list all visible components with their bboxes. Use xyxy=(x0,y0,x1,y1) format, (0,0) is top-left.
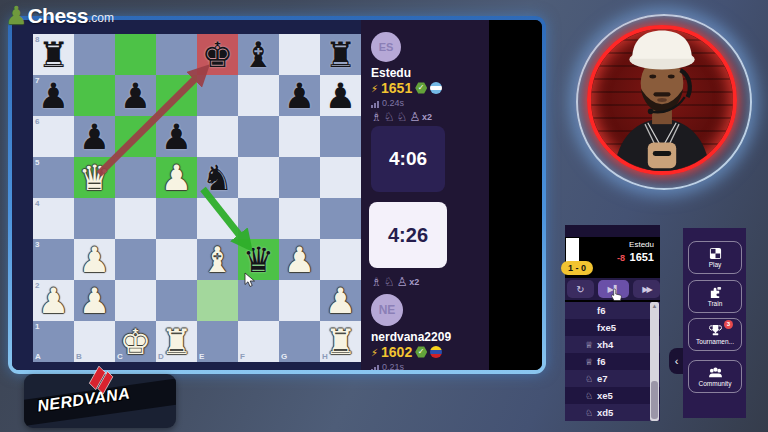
sync-icon: ↻ xyxy=(576,284,584,295)
black-king-e8: ♚ xyxy=(197,34,238,75)
puzzle-icon xyxy=(709,286,722,299)
square-a4[interactable]: 4 xyxy=(33,198,74,239)
square-d8[interactable] xyxy=(156,34,197,75)
square-g7[interactable]: ♟ xyxy=(279,75,320,116)
file-label-e: E xyxy=(199,352,204,361)
square-g6[interactable] xyxy=(279,116,320,157)
square-g5[interactable] xyxy=(279,157,320,198)
square-b4[interactable] xyxy=(74,198,115,239)
file-label-b: B xyxy=(76,352,82,361)
square-e5[interactable]: ♞ xyxy=(197,157,238,198)
square-e3[interactable]: ♝ xyxy=(197,239,238,280)
nav-tournaments-button[interactable]: Tournamen... 3 xyxy=(688,318,742,351)
square-d2[interactable] xyxy=(156,280,197,321)
captured-multiplier: x2 xyxy=(409,277,419,287)
rank-label-1: 1 xyxy=(35,322,39,331)
window-filler xyxy=(489,20,542,370)
square-a8[interactable]: 8♜ xyxy=(33,34,74,75)
playback-controls: ↻ ▶▌ ▶▶ xyxy=(565,278,660,300)
argentina-flag-icon xyxy=(430,82,442,94)
rating-row-top: ⚡ 1651 ✓ xyxy=(371,80,442,96)
square-d4[interactable] xyxy=(156,198,197,239)
black-rook-h8: ♜ xyxy=(320,34,361,75)
score-player-name: Estedu xyxy=(617,239,654,250)
rank-label-8: 8 xyxy=(35,35,39,44)
chess-board: 8♜♚♝♜7♟♟♟♟6♟♟5♛♟♞43♟♝♛♟2♟♟♟1ABC♚D♜EFGH♜ xyxy=(33,34,361,362)
file-label-f: F xyxy=(240,352,245,361)
black-pawn-c7: ♟ xyxy=(115,75,156,116)
square-d5[interactable]: ♟ xyxy=(156,157,197,198)
square-c7[interactable]: ♟ xyxy=(115,75,156,116)
scrollbar[interactable]: ▲ xyxy=(650,302,659,421)
move-row-1[interactable]: f6 xyxy=(565,302,660,319)
square-f7[interactable] xyxy=(238,75,279,116)
avatar-top[interactable]: ES xyxy=(371,32,401,62)
white-queen-b5: ♛ xyxy=(74,157,115,198)
nav-rail: Play Train Tournamen... 3 Commun xyxy=(683,228,746,418)
captured-knight-icon: ♘ xyxy=(384,275,395,289)
rank-label-4: 4 xyxy=(35,199,39,208)
eval-bar xyxy=(566,238,579,262)
square-e2[interactable] xyxy=(197,280,238,321)
square-b2[interactable]: ♟ xyxy=(74,280,115,321)
black-pawn-g7: ♟ xyxy=(279,75,320,116)
square-c8[interactable] xyxy=(115,34,156,75)
webcam-feed xyxy=(587,25,737,175)
verified-badge-icon: ✓ xyxy=(415,82,427,94)
latency-bottom: 0.21s xyxy=(371,362,404,370)
white-pawn-b3: ♟ xyxy=(74,239,115,280)
rank-label-5: 5 xyxy=(35,158,39,167)
square-f8[interactable]: ♝ xyxy=(238,34,279,75)
scrollbar-thumb[interactable] xyxy=(651,381,658,419)
signal-icon xyxy=(371,365,379,370)
square-f6[interactable] xyxy=(238,116,279,157)
clock-top: 4:06 xyxy=(371,126,445,192)
chesscom-brand: Chess xyxy=(27,4,88,28)
square-e8[interactable]: ♚ xyxy=(197,34,238,75)
score-bar: Estedu -8 1651 xyxy=(565,237,658,263)
rating-bottom: 1602 xyxy=(381,344,412,360)
black-queen-f3: ♛ xyxy=(238,239,279,280)
square-b6[interactable]: ♟ xyxy=(74,116,115,157)
square-h4[interactable] xyxy=(320,198,361,239)
square-d3[interactable] xyxy=(156,239,197,280)
game-window: 8♜♚♝♜7♟♟♟♟6♟♟5♛♟♞43♟♝♛♟2♟♟♟1ABC♚D♜EFGH♜ … xyxy=(8,16,546,374)
streamer-portrait xyxy=(591,29,733,171)
collapse-panel-button[interactable]: ‹ xyxy=(669,348,684,374)
square-h5[interactable] xyxy=(320,157,361,198)
square-h7[interactable]: ♟ xyxy=(320,75,361,116)
square-c3[interactable] xyxy=(115,239,156,280)
white-pawn-d5: ♟ xyxy=(156,157,197,198)
square-a5[interactable]: 5 xyxy=(33,157,74,198)
move-text: f6 xyxy=(597,356,605,367)
trophy-icon xyxy=(709,324,722,337)
captured-knight-icon: ♘ xyxy=(384,110,395,124)
square-h2[interactable]: ♟ xyxy=(320,280,361,321)
rating-row-bottom: ⚡ 1602 ✓ xyxy=(371,344,442,360)
move-row-4[interactable]: ♕f6 xyxy=(565,353,660,370)
square-a1[interactable]: 1A xyxy=(33,321,74,362)
captured-pieces-top: ♗♘♘♙x2 xyxy=(371,110,432,124)
square-a2[interactable]: 2♟ xyxy=(33,280,74,321)
chesscom-logo: ♟ Chess .com xyxy=(5,1,114,29)
square-a7[interactable]: 7♟ xyxy=(33,75,74,116)
rank-label-6: 6 xyxy=(35,117,39,126)
board-icon xyxy=(709,247,722,260)
square-h8[interactable]: ♜ xyxy=(320,34,361,75)
white-pawn-g3: ♟ xyxy=(279,239,320,280)
captured-pawn-icon: ♙ xyxy=(397,275,408,289)
square-g4[interactable] xyxy=(279,198,320,239)
square-f4[interactable] xyxy=(238,198,279,239)
white-pawn-h2: ♟ xyxy=(320,280,361,321)
square-b8[interactable] xyxy=(74,34,115,75)
square-b7[interactable] xyxy=(74,75,115,116)
black-bishop-f8: ♝ xyxy=(238,34,279,75)
square-a3[interactable]: 3 xyxy=(33,239,74,280)
square-b1[interactable]: B xyxy=(74,321,115,362)
square-a6[interactable]: 6 xyxy=(33,116,74,157)
white-pawn-b2: ♟ xyxy=(74,280,115,321)
square-f5[interactable] xyxy=(238,157,279,198)
signal-icon xyxy=(371,101,379,108)
file-label-d: D xyxy=(158,352,164,361)
black-pawn-h7: ♟ xyxy=(320,75,361,116)
tournaments-badge: 3 xyxy=(724,320,733,329)
people-icon xyxy=(708,366,723,379)
captured-bishop-icon: ♗ xyxy=(371,110,382,124)
square-c6[interactable] xyxy=(115,116,156,157)
nerdvana-mark-icon xyxy=(84,364,116,396)
sync-button[interactable]: ↻ xyxy=(567,280,594,298)
queen-move-icon: ♕ xyxy=(585,340,597,350)
file-label-g: G xyxy=(281,352,287,361)
move-text: e7 xyxy=(597,373,608,384)
rank-label-2: 2 xyxy=(35,281,39,290)
square-f3[interactable]: ♛ xyxy=(238,239,279,280)
move-row-2[interactable]: fxe5 xyxy=(565,319,660,336)
bolt-icon: ⚡ xyxy=(371,347,378,358)
rank-label-7: 7 xyxy=(35,76,39,85)
player-name-bottom[interactable]: nerdvana2209 xyxy=(371,330,451,344)
captured-bishop-icon: ♗ xyxy=(371,275,382,289)
move-text: xd5 xyxy=(597,407,613,418)
square-c4[interactable] xyxy=(115,198,156,239)
file-label-a: A xyxy=(35,352,41,361)
square-c1[interactable]: C♚ xyxy=(115,321,156,362)
square-h1[interactable]: H♜ xyxy=(320,321,361,362)
move-row-5[interactable]: ♘e7 xyxy=(565,370,660,387)
square-g3[interactable]: ♟ xyxy=(279,239,320,280)
nav-community-button[interactable]: Community xyxy=(688,360,742,393)
bolt-icon: ⚡ xyxy=(371,83,378,94)
move-list: f6fxe5♕xh4♕f6♘e7♘xe5♘xd5 xyxy=(565,302,660,421)
white-bishop-e3: ♝ xyxy=(197,239,238,280)
square-g2[interactable] xyxy=(279,280,320,321)
captured-multiplier: x2 xyxy=(422,112,432,122)
chesscom-suffix: .com xyxy=(88,11,114,25)
knight-move-icon: ♘ xyxy=(585,391,597,401)
move-text: xh4 xyxy=(597,339,613,350)
square-d1[interactable]: D♜ xyxy=(156,321,197,362)
next-move-button[interactable]: ▶▌ xyxy=(598,280,629,298)
panel-top-strip xyxy=(565,225,660,237)
black-pawn-b6: ♟ xyxy=(74,116,115,157)
square-e6[interactable] xyxy=(197,116,238,157)
square-e1[interactable]: E xyxy=(197,321,238,362)
captured-knight-icon: ♘ xyxy=(397,110,408,124)
square-e7[interactable] xyxy=(197,75,238,116)
square-f2[interactable] xyxy=(238,280,279,321)
square-f1[interactable]: F xyxy=(238,321,279,362)
clock-bottom: 4:26 xyxy=(369,202,447,268)
move-text: xe5 xyxy=(597,390,613,401)
file-label-c: C xyxy=(117,352,123,361)
captured-pawn-icon: ♙ xyxy=(409,110,420,124)
stream-overlay-panel: Estedu -8 1651 1 - 0 ↻ ▶▌ ▶▶ f6fxe5♕xh4♕… xyxy=(565,225,768,432)
chesscom-pawn-icon: ♟ xyxy=(5,1,27,29)
game-sidebar: ES Estedu ⚡ 1651 ✓ 0.24s ♗♘♘♙x2 4:06 4:2… xyxy=(361,20,489,370)
movelist-column: Estedu -8 1651 1 - 0 ↻ ▶▌ ▶▶ f6fxe5♕xh4♕… xyxy=(565,225,660,421)
rating-top: 1651 xyxy=(381,80,412,96)
square-h3[interactable] xyxy=(320,239,361,280)
skip-end-button[interactable]: ▶▶ xyxy=(633,280,660,298)
captured-pieces-bottom: ♗♘♙x2 xyxy=(371,275,419,289)
square-g8[interactable] xyxy=(279,34,320,75)
square-d6[interactable]: ♟ xyxy=(156,116,197,157)
move-text: f6 xyxy=(597,305,605,316)
square-c5[interactable] xyxy=(115,157,156,198)
square-b5[interactable]: ♛ xyxy=(74,157,115,198)
rating-change: -8 xyxy=(617,253,625,263)
next-move-icon: ▶▌ xyxy=(608,285,620,294)
player-name-top[interactable]: Estedu xyxy=(371,66,411,80)
nav-train-button[interactable]: Train xyxy=(688,280,742,313)
venezuela-flag-icon xyxy=(430,346,442,358)
move-row-3[interactable]: ♕xh4 xyxy=(565,336,660,353)
board-frame: 8♜♚♝♜7♟♟♟♟6♟♟5♛♟♞43♟♝♛♟2♟♟♟1ABC♚D♜EFGH♜ xyxy=(12,20,361,370)
latency-top: 0.24s xyxy=(371,98,404,108)
move-text: fxe5 xyxy=(597,322,616,333)
square-c2[interactable] xyxy=(115,280,156,321)
rank-label-3: 3 xyxy=(35,240,39,249)
knight-move-icon: ♘ xyxy=(585,408,597,418)
square-b3[interactable]: ♟ xyxy=(74,239,115,280)
verified-badge-icon: ✓ xyxy=(415,346,427,358)
square-g1[interactable]: G xyxy=(279,321,320,362)
square-d7[interactable] xyxy=(156,75,197,116)
avatar-bottom[interactable]: NE xyxy=(371,294,403,326)
square-h6[interactable] xyxy=(320,116,361,157)
move-row-6[interactable]: ♘xe5 xyxy=(565,387,660,404)
queen-move-icon: ♕ xyxy=(585,357,597,367)
black-pawn-d6: ♟ xyxy=(156,116,197,157)
file-label-h: H xyxy=(322,352,328,361)
score-rating: 1651 xyxy=(630,251,654,263)
black-knight-e5: ♞ xyxy=(197,157,238,198)
nav-play-button[interactable]: Play xyxy=(688,241,742,274)
skip-end-icon: ▶▶ xyxy=(642,285,650,294)
square-e4[interactable] xyxy=(197,198,238,239)
move-row-7[interactable]: ♘xd5 xyxy=(565,404,660,421)
scroll-up-icon[interactable]: ▲ xyxy=(650,302,659,311)
knight-move-icon: ♘ xyxy=(585,374,597,384)
result-badge: 1 - 0 xyxy=(561,261,593,275)
